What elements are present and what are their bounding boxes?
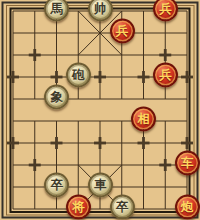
piece-gold-horse[interactable]: 馬: [44, 0, 69, 21]
piece-gold-soldier[interactable]: 卒: [44, 172, 69, 197]
piece-gold-chariot[interactable]: 車: [88, 172, 113, 197]
piece-red-general[interactable]: 将: [66, 194, 91, 219]
piece-layer: 馬帅兵兵砲兵象相车卒車将卒炮: [2, 0, 198, 220]
piece-red-soldier[interactable]: 兵: [110, 18, 135, 43]
piece-gold-cannon[interactable]: 砲: [66, 62, 91, 87]
piece-red-soldier[interactable]: 兵: [153, 62, 178, 87]
piece-red-cannon[interactable]: 炮: [175, 194, 200, 219]
piece-red-chariot[interactable]: 车: [175, 150, 200, 175]
piece-red-elephant[interactable]: 相: [131, 106, 156, 131]
piece-red-soldier[interactable]: 兵: [153, 0, 178, 21]
piece-gold-elephant[interactable]: 象: [44, 84, 69, 109]
xiangqi-board: 馬帅兵兵砲兵象相车卒車将卒炮: [0, 0, 200, 220]
piece-gold-general[interactable]: 帅: [88, 0, 113, 21]
piece-gold-soldier[interactable]: 卒: [110, 194, 135, 219]
